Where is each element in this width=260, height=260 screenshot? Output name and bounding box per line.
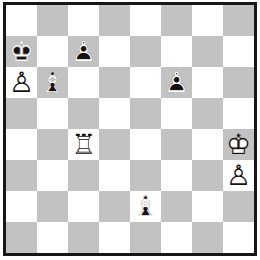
square-d2[interactable] <box>99 191 130 222</box>
square-b7[interactable] <box>37 36 68 67</box>
square-c6[interactable] <box>68 67 99 98</box>
square-h5[interactable] <box>223 98 254 129</box>
piece-glyph-outline: ♗ <box>37 67 68 98</box>
square-e5[interactable] <box>130 98 161 129</box>
square-a8[interactable] <box>6 5 37 36</box>
square-d3[interactable] <box>99 160 130 191</box>
square-c1[interactable] <box>68 222 99 253</box>
square-e2[interactable]: ♝♗ <box>130 191 161 222</box>
piece-glyph-fill: ♝ <box>130 191 161 222</box>
square-f4[interactable] <box>161 129 192 160</box>
square-e1[interactable] <box>130 222 161 253</box>
square-d7[interactable] <box>99 36 130 67</box>
square-b4[interactable] <box>37 129 68 160</box>
square-a7[interactable]: ♚♔ <box>6 36 37 67</box>
piece-black-king: ♚♔ <box>6 36 37 67</box>
square-g6[interactable] <box>192 67 223 98</box>
square-a2[interactable] <box>6 191 37 222</box>
square-g7[interactable] <box>192 36 223 67</box>
square-b6[interactable]: ♝♗ <box>37 67 68 98</box>
square-d1[interactable] <box>99 222 130 253</box>
chessboard-frame: ♚♔♟♙♟♙♝♗♟♙♜♖♚♔♟♙♝♗ <box>3 2 257 256</box>
square-b1[interactable] <box>37 222 68 253</box>
square-f8[interactable] <box>161 5 192 36</box>
square-f7[interactable] <box>161 36 192 67</box>
piece-glyph-fill: ♟ <box>223 160 254 191</box>
square-d4[interactable] <box>99 129 130 160</box>
piece-white-king: ♚♔ <box>223 129 254 160</box>
square-b8[interactable] <box>37 5 68 36</box>
piece-white-pawn: ♟♙ <box>223 160 254 191</box>
square-g8[interactable] <box>192 5 223 36</box>
square-h8[interactable] <box>223 5 254 36</box>
piece-glyph-outline: ♗ <box>130 191 161 222</box>
square-h6[interactable] <box>223 67 254 98</box>
square-e7[interactable] <box>130 36 161 67</box>
square-c5[interactable] <box>68 98 99 129</box>
square-d8[interactable] <box>99 5 130 36</box>
square-c2[interactable] <box>68 191 99 222</box>
square-a6[interactable]: ♟♙ <box>6 67 37 98</box>
piece-black-pawn: ♟♙ <box>68 36 99 67</box>
square-h3[interactable]: ♟♙ <box>223 160 254 191</box>
square-h1[interactable] <box>223 222 254 253</box>
square-a3[interactable] <box>6 160 37 191</box>
piece-white-pawn: ♟♙ <box>6 67 37 98</box>
square-a5[interactable] <box>6 98 37 129</box>
square-g3[interactable] <box>192 160 223 191</box>
piece-glyph-outline: ♙ <box>6 67 37 98</box>
square-c4[interactable]: ♜♖ <box>68 129 99 160</box>
square-a1[interactable] <box>6 222 37 253</box>
square-h4[interactable]: ♚♔ <box>223 129 254 160</box>
piece-glyph-fill: ♟ <box>161 67 192 98</box>
square-b3[interactable] <box>37 160 68 191</box>
piece-glyph-fill: ♚ <box>223 129 254 160</box>
piece-glyph-outline: ♔ <box>6 36 37 67</box>
piece-glyph-fill: ♟ <box>68 36 99 67</box>
square-h7[interactable] <box>223 36 254 67</box>
square-g5[interactable] <box>192 98 223 129</box>
square-b5[interactable] <box>37 98 68 129</box>
piece-glyph-outline: ♙ <box>161 67 192 98</box>
square-h2[interactable] <box>223 191 254 222</box>
diagram-background: { "game": "chess", "position": "8/k1p5/P… <box>0 0 260 260</box>
piece-glyph-fill: ♟ <box>6 67 37 98</box>
piece-glyph-outline: ♖ <box>68 129 99 160</box>
square-e4[interactable] <box>130 129 161 160</box>
square-f2[interactable] <box>161 191 192 222</box>
square-f3[interactable] <box>161 160 192 191</box>
piece-glyph-fill: ♜ <box>68 129 99 160</box>
piece-glyph-outline: ♙ <box>68 36 99 67</box>
square-g2[interactable] <box>192 191 223 222</box>
square-e6[interactable] <box>130 67 161 98</box>
piece-glyph-outline: ♔ <box>223 129 254 160</box>
square-c7[interactable]: ♟♙ <box>68 36 99 67</box>
square-b2[interactable] <box>37 191 68 222</box>
square-c8[interactable] <box>68 5 99 36</box>
square-g4[interactable] <box>192 129 223 160</box>
square-e8[interactable] <box>130 5 161 36</box>
piece-white-rook: ♜♖ <box>68 129 99 160</box>
piece-black-bishop: ♝♗ <box>130 191 161 222</box>
square-f1[interactable] <box>161 222 192 253</box>
square-a4[interactable] <box>6 129 37 160</box>
piece-glyph-fill: ♚ <box>6 36 37 67</box>
square-e3[interactable] <box>130 160 161 191</box>
piece-black-bishop: ♝♗ <box>37 67 68 98</box>
square-g1[interactable] <box>192 222 223 253</box>
square-d6[interactable] <box>99 67 130 98</box>
piece-black-pawn: ♟♙ <box>161 67 192 98</box>
piece-glyph-fill: ♝ <box>37 67 68 98</box>
square-d5[interactable] <box>99 98 130 129</box>
square-f6[interactable]: ♟♙ <box>161 67 192 98</box>
piece-glyph-outline: ♙ <box>223 160 254 191</box>
square-c3[interactable] <box>68 160 99 191</box>
chessboard: ♚♔♟♙♟♙♝♗♟♙♜♖♚♔♟♙♝♗ <box>6 5 254 253</box>
square-f5[interactable] <box>161 98 192 129</box>
